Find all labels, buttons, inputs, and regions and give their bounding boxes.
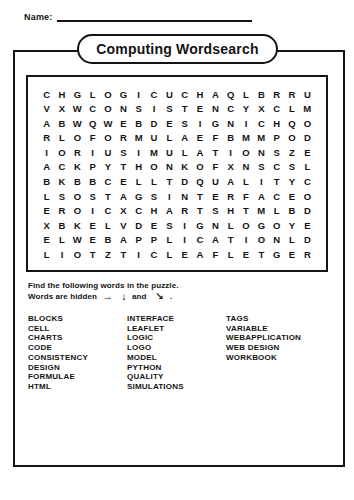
instructions-line2-prefix: Words are hidden <box>28 291 97 302</box>
grid-cell: N <box>208 102 223 117</box>
grid-cell: N <box>238 160 253 175</box>
grid-cell: D <box>146 116 161 131</box>
word-list-item: FORMULAE <box>28 372 127 382</box>
grid-cell: G <box>192 218 207 233</box>
grid-cell: I <box>54 247 69 262</box>
word-list-item: CONSISTENCY <box>28 353 127 363</box>
grid-cell: L <box>39 247 54 262</box>
grid-cell: R <box>39 131 54 146</box>
puzzle-title: Computing Wordsearch <box>96 41 258 57</box>
grid-cell: P <box>146 233 161 248</box>
grid-cell: I <box>162 189 177 204</box>
grid-cell: B <box>223 131 238 146</box>
grid-cell: Q <box>284 116 299 131</box>
grid-cell: E <box>177 247 192 262</box>
grid-cell: T <box>238 204 253 219</box>
grid-cell: O <box>100 87 115 102</box>
grid-cell: R <box>177 204 192 219</box>
word-list-item: WEB DESIGN <box>226 343 334 353</box>
down-arrow-icon: ↓ <box>121 292 126 300</box>
grid-cell: H <box>192 87 207 102</box>
grid-cell: L <box>284 233 299 248</box>
grid-cell: E <box>192 102 207 117</box>
word-list-column-3: TAGSVARIABLEWEBAPPLICATIONWEB DESIGNWORK… <box>226 314 334 392</box>
grid-cell: C <box>100 204 115 219</box>
grid-cell: L <box>223 247 238 262</box>
grid-cell: M <box>254 204 269 219</box>
grid-cell: L <box>162 131 177 146</box>
grid-cell: C <box>223 102 238 117</box>
grid-cell: U <box>208 174 223 189</box>
grid-cell: Z <box>100 247 115 262</box>
grid-cell: N <box>223 116 238 131</box>
grid-cell: A <box>39 116 54 131</box>
word-list-item: CHARTS <box>28 333 127 343</box>
grid-cell: O <box>238 145 253 160</box>
grid-cell: S <box>284 160 299 175</box>
grid-cell: T <box>254 247 269 262</box>
grid-cell: F <box>208 160 223 175</box>
instructions-line2-and: and <box>132 291 147 302</box>
grid-cell: B <box>54 116 69 131</box>
name-underline <box>57 9 252 22</box>
grid-cell: L <box>300 160 315 175</box>
grid-cell: Y <box>100 160 115 175</box>
grid-cell: L <box>162 247 177 262</box>
grid-cell: M <box>238 131 253 146</box>
grid-cell: S <box>254 160 269 175</box>
grid-cell: C <box>146 87 161 102</box>
grid-cell: N <box>177 189 192 204</box>
grid-cell: E <box>85 233 100 248</box>
grid-cell: K <box>70 218 85 233</box>
grid-cell: I <box>192 116 207 131</box>
grid-cell: I <box>85 145 100 160</box>
grid-cell: B <box>54 218 69 233</box>
grid-cell: O <box>284 131 299 146</box>
grid-cell: H <box>269 116 284 131</box>
grid-cell: L <box>85 87 100 102</box>
grid-cell: G <box>208 116 223 131</box>
grid-cell: C <box>100 174 115 189</box>
grid-cell: N <box>254 145 269 160</box>
grid-cell: O <box>254 233 269 248</box>
grid-cell: I <box>85 204 100 219</box>
grid-cell: W <box>70 116 85 131</box>
grid-cell: U <box>162 145 177 160</box>
grid-cell: W <box>70 233 85 248</box>
grid-cell: A <box>192 247 207 262</box>
puzzle-title-box: Computing Wordsearch <box>77 34 278 64</box>
grid-cell: P <box>131 233 146 248</box>
name-line: Name: <box>24 9 252 22</box>
grid-cell: T <box>192 204 207 219</box>
word-list: BLOCKSCELLCHARTSCODECONSISTENCYDESIGNFOR… <box>28 314 334 392</box>
grid-cell: E <box>39 233 54 248</box>
word-list-item: MODEL <box>127 353 226 363</box>
grid-cell: S <box>54 189 69 204</box>
grid-cell: O <box>70 131 85 146</box>
grid-cell: T <box>116 247 131 262</box>
grid-cell: B <box>39 174 54 189</box>
grid-cell: S <box>116 145 131 160</box>
word-list-column-1: BLOCKSCELLCHARTSCODECONSISTENCYDESIGNFOR… <box>28 314 127 392</box>
grid-cell: I <box>254 174 269 189</box>
grid-cell: V <box>39 102 54 117</box>
grid-cell: M <box>300 102 315 117</box>
grid-cell: O <box>238 218 253 233</box>
grid-cell: T <box>162 174 177 189</box>
grid-cell: O <box>70 204 85 219</box>
grid-cell: E <box>284 247 299 262</box>
grid-cell: C <box>39 87 54 102</box>
word-list-item: LOGO <box>127 343 226 353</box>
grid-cell: G <box>269 247 284 262</box>
name-label: Name: <box>24 12 53 22</box>
grid-cell: Q <box>85 116 100 131</box>
grid-cell: Q <box>192 174 207 189</box>
grid-cell: K <box>177 160 192 175</box>
grid-cell: M <box>254 131 269 146</box>
grid-cell: E <box>162 116 177 131</box>
grid-cell: T <box>269 174 284 189</box>
grid-cell: R <box>223 189 238 204</box>
grid-cell: T <box>192 189 207 204</box>
grid-cell: I <box>39 145 54 160</box>
grid-cell: I <box>238 116 253 131</box>
grid-cell: B <box>131 116 146 131</box>
grid-cell: K <box>70 160 85 175</box>
grid-cell: S <box>85 189 100 204</box>
diagonal-arrow-icon: ↘ <box>155 292 164 300</box>
grid-cell: E <box>116 174 131 189</box>
grid-cell: C <box>146 247 161 262</box>
grid-cell: C <box>269 189 284 204</box>
grid-cell: H <box>146 204 161 219</box>
grid-cell: S <box>162 218 177 233</box>
grid-cell: I <box>131 87 146 102</box>
grid-cell: B <box>254 87 269 102</box>
grid-cell: L <box>54 233 69 248</box>
grid-cell: B <box>284 204 299 219</box>
instructions: Find the following words in the puzzle. … <box>28 280 179 302</box>
grid-cell: N <box>208 218 223 233</box>
word-list-item: VARIABLE <box>226 324 334 334</box>
grid-cell: A <box>162 204 177 219</box>
grid-cell: T <box>116 160 131 175</box>
grid-cell: B <box>85 174 100 189</box>
word-list-item: LEAFLET <box>127 324 226 334</box>
grid-cell: X <box>39 218 54 233</box>
grid-cell: E <box>208 189 223 204</box>
grid-cell: D <box>131 218 146 233</box>
grid-cell: U <box>146 131 161 146</box>
grid-cell: A <box>116 233 131 248</box>
grid-cell: H <box>223 204 238 219</box>
grid-cell: H <box>131 160 146 175</box>
grid-cell: U <box>100 145 115 160</box>
grid-cell: L <box>284 102 299 117</box>
grid-cell: Y <box>284 174 299 189</box>
grid-cell: L <box>269 204 284 219</box>
grid-cell: F <box>208 131 223 146</box>
word-list-item: PYTHON <box>127 363 226 373</box>
grid-cell: L <box>177 145 192 160</box>
grid-cell: E <box>192 131 207 146</box>
grid-cell: O <box>146 160 161 175</box>
grid-cell: U <box>300 87 315 102</box>
grid-cell: I <box>131 247 146 262</box>
grid-cell: L <box>162 233 177 248</box>
grid-cell: S <box>177 116 192 131</box>
grid-cell: O <box>300 116 315 131</box>
grid-cell: I <box>223 145 238 160</box>
grid-cell: P <box>85 160 100 175</box>
grid-cell: S <box>208 204 223 219</box>
grid-cell: A <box>208 87 223 102</box>
grid-cell: O <box>269 218 284 233</box>
grid-cell: G <box>254 218 269 233</box>
grid-cell: C <box>300 174 315 189</box>
word-list-item: CELL <box>28 324 127 334</box>
grid-cell: S <box>269 145 284 160</box>
grid-cell: T <box>100 189 115 204</box>
grid-cell: C <box>269 160 284 175</box>
grid-cell: D <box>177 174 192 189</box>
grid-cell: C <box>254 116 269 131</box>
grid-cell: C <box>269 102 284 117</box>
grid-cell: L <box>238 174 253 189</box>
grid-cell: G <box>116 87 131 102</box>
word-list-item: CODE <box>28 343 127 353</box>
grid-cell: L <box>146 174 161 189</box>
grid-cell: R <box>284 87 299 102</box>
grid-cell: C <box>192 233 207 248</box>
word-list-item: DESIGN <box>28 363 127 373</box>
word-list-item: INTERFACE <box>127 314 226 324</box>
grid-cell: P <box>269 131 284 146</box>
grid-cell: S <box>162 102 177 117</box>
grid-cell: O <box>100 131 115 146</box>
grid-cell: W <box>70 102 85 117</box>
grid-cell: Y <box>284 218 299 233</box>
grid-cell: L <box>238 87 253 102</box>
grid-cell: G <box>70 87 85 102</box>
word-list-item: WEBAPPLICATION <box>226 333 334 343</box>
grid-cell: A <box>192 145 207 160</box>
grid-cell: C <box>177 87 192 102</box>
grid-cell: L <box>39 189 54 204</box>
instructions-line2-period: . <box>170 291 172 302</box>
grid-cell: E <box>39 204 54 219</box>
grid-cell: O <box>70 247 85 262</box>
grid-cell: E <box>238 247 253 262</box>
grid-cell: R <box>300 247 315 262</box>
grid-cell: S <box>131 102 146 117</box>
grid-cell: D <box>300 131 315 146</box>
grid-cell: N <box>162 160 177 175</box>
grid-cell: X <box>254 102 269 117</box>
grid-cell: E <box>146 218 161 233</box>
grid-cell: Q <box>223 87 238 102</box>
word-list-item: LOGIC <box>127 333 226 343</box>
grid-cell: O <box>100 102 115 117</box>
grid-cell: O <box>300 189 315 204</box>
grid-cell: H <box>54 87 69 102</box>
grid-cell: U <box>162 87 177 102</box>
grid-cell: Y <box>238 102 253 117</box>
grid-cell: X <box>54 102 69 117</box>
word-list-column-2: INTERFACELEAFLETLOGICLOGOMODELPYTHONQUAL… <box>127 314 226 392</box>
word-list-item: QUALITY <box>127 372 226 382</box>
grid-cell: N <box>116 102 131 117</box>
grid-cell: D <box>300 204 315 219</box>
grid-cell: A <box>254 189 269 204</box>
grid-cell: K <box>54 174 69 189</box>
grid-cell: M <box>146 145 161 160</box>
word-list-item: HTML <box>28 382 127 392</box>
grid-cell: I <box>177 233 192 248</box>
grid-cell: I <box>146 102 161 117</box>
grid-cell: E <box>284 189 299 204</box>
grid-cell: A <box>177 131 192 146</box>
grid-cell: N <box>269 233 284 248</box>
grid-cell: M <box>131 131 146 146</box>
grid-cell: Z <box>284 145 299 160</box>
grid-cell: S <box>146 189 161 204</box>
grid-cell: A <box>208 233 223 248</box>
grid-cell: X <box>116 204 131 219</box>
grid-cell: I <box>177 218 192 233</box>
grid-cell: F <box>238 189 253 204</box>
word-list-item: TAGS <box>226 314 334 324</box>
grid-cell: R <box>269 87 284 102</box>
grid-cell: E <box>300 218 315 233</box>
grid-cell: R <box>116 131 131 146</box>
grid-cell: L <box>100 218 115 233</box>
worksheet-page: Name: Computing Wordsearch CHGLOGICUCHAQ… <box>0 0 354 500</box>
word-list-item: BLOCKS <box>28 314 127 324</box>
grid-cell: T <box>223 233 238 248</box>
right-arrow-icon: → <box>102 292 113 300</box>
grid-cell: B <box>70 174 85 189</box>
grid-cell: O <box>70 189 85 204</box>
grid-cell: R <box>70 145 85 160</box>
wordsearch-grid: CHGLOGICUCHAQLBRRUVXWCONSISTENCYXCLMABWQ… <box>26 75 328 272</box>
grid-cell: I <box>238 233 253 248</box>
instructions-line2: Words are hidden → ↓ and ↘ . <box>28 291 179 302</box>
grid-cell: X <box>223 160 238 175</box>
grid-cell: G <box>131 189 146 204</box>
grid-cell: A <box>39 160 54 175</box>
grid-cell: C <box>131 204 146 219</box>
grid-cell: C <box>54 160 69 175</box>
grid-cell: E <box>116 116 131 131</box>
grid-cell: O <box>192 160 207 175</box>
grid-cell: L <box>223 218 238 233</box>
grid-cell: I <box>131 145 146 160</box>
grid-cell: E <box>300 145 315 160</box>
grid-cell: W <box>100 116 115 131</box>
word-list-item: SIMULATIONS <box>127 382 226 392</box>
grid-cell: L <box>54 131 69 146</box>
grid-cell: F <box>85 131 100 146</box>
grid-cell: L <box>131 174 146 189</box>
grid-cell: B <box>100 233 115 248</box>
grid-cell: T <box>85 247 100 262</box>
grid-cell: O <box>54 145 69 160</box>
grid-cell: V <box>116 218 131 233</box>
grid-cell: A <box>223 174 238 189</box>
grid-cell: R <box>54 204 69 219</box>
word-list-item: WORKBOOK <box>226 353 334 363</box>
grid-cell: T <box>177 102 192 117</box>
grid-cell: D <box>300 233 315 248</box>
grid-cell: A <box>116 189 131 204</box>
grid-cell: C <box>85 102 100 117</box>
grid-cell: F <box>208 247 223 262</box>
grid-cell: E <box>85 218 100 233</box>
grid-cell: T <box>208 145 223 160</box>
